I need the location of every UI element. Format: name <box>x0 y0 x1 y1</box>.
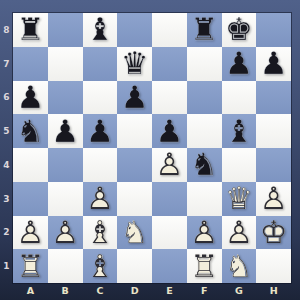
rank-label-4: 4 <box>0 148 13 182</box>
square-d5[interactable] <box>117 114 152 148</box>
piece-black-knight[interactable]: ♞ <box>187 148 222 182</box>
square-f1[interactable]: ♜♖ <box>187 249 222 283</box>
rank-label-7: 7 <box>0 47 13 81</box>
piece-glyph-fill: ♚ <box>222 13 257 47</box>
piece-glyph-outline: ♙ <box>222 216 257 250</box>
piece-glyph-outline: ♗ <box>83 249 118 283</box>
square-e7[interactable] <box>152 47 187 81</box>
piece-black-rook[interactable]: ♜ <box>187 13 222 47</box>
piece-glyph-outline: ♖ <box>187 249 222 283</box>
square-g6[interactable] <box>222 81 257 115</box>
square-d1[interactable] <box>117 249 152 283</box>
square-a6[interactable]: ♟ <box>13 81 48 115</box>
piece-glyph-outline: ♙ <box>152 148 187 182</box>
piece-glyph-fill: ♟ <box>222 47 257 81</box>
square-a2[interactable]: ♟♙ <box>13 216 48 250</box>
rank-label-2: 2 <box>0 216 13 250</box>
piece-black-bishop[interactable]: ♝ <box>222 114 257 148</box>
piece-white-knight[interactable]: ♞♘ <box>117 216 152 250</box>
square-f8[interactable]: ♜ <box>187 13 222 47</box>
square-b4[interactable] <box>48 148 83 182</box>
square-h7[interactable]: ♟ <box>256 47 291 81</box>
piece-white-pawn[interactable]: ♟♙ <box>187 216 222 250</box>
square-a8[interactable]: ♜ <box>13 13 48 47</box>
piece-glyph-fill: ♝ <box>83 13 118 47</box>
square-d2[interactable]: ♞♘ <box>117 216 152 250</box>
piece-black-rook[interactable]: ♜ <box>13 13 48 47</box>
square-c1[interactable]: ♝♗ <box>83 249 118 283</box>
square-g4[interactable] <box>222 148 257 182</box>
piece-black-pawn[interactable]: ♟ <box>222 47 257 81</box>
piece-white-rook[interactable]: ♜♖ <box>187 249 222 283</box>
file-label-f: F <box>187 283 222 298</box>
rank-label-6: 6 <box>0 81 13 115</box>
piece-glyph-outline: ♙ <box>256 182 291 216</box>
piece-white-rook[interactable]: ♜♖ <box>13 249 48 283</box>
square-h6[interactable] <box>256 81 291 115</box>
square-b3[interactable] <box>48 182 83 216</box>
file-label-d: D <box>117 283 152 298</box>
piece-glyph-fill: ♞ <box>187 148 222 182</box>
rank-label-8: 8 <box>0 13 13 47</box>
square-c2[interactable]: ♝♗ <box>83 216 118 250</box>
square-f2[interactable]: ♟♙ <box>187 216 222 250</box>
square-c3[interactable]: ♟♙ <box>83 182 118 216</box>
piece-white-pawn[interactable]: ♟♙ <box>152 148 187 182</box>
piece-black-bishop[interactable]: ♝ <box>83 13 118 47</box>
piece-glyph-outline: ♘ <box>222 249 257 283</box>
square-e6[interactable] <box>152 81 187 115</box>
square-f7[interactable] <box>187 47 222 81</box>
piece-black-pawn[interactable]: ♟ <box>83 114 118 148</box>
piece-glyph-outline: ♕ <box>222 182 257 216</box>
square-h3[interactable]: ♟♙ <box>256 182 291 216</box>
piece-glyph-fill: ♝ <box>222 114 257 148</box>
piece-black-queen[interactable]: ♛ <box>117 47 152 81</box>
file-labels: ABCDEFGH <box>13 283 291 298</box>
rank-label-5: 5 <box>0 114 13 148</box>
square-e3[interactable] <box>152 182 187 216</box>
file-label-h: H <box>256 283 291 298</box>
file-label-g: G <box>222 283 257 298</box>
square-e1[interactable] <box>152 249 187 283</box>
square-b5[interactable]: ♟ <box>48 114 83 148</box>
piece-glyph-fill: ♟ <box>256 47 291 81</box>
piece-glyph-fill: ♛ <box>117 47 152 81</box>
square-a5[interactable]: ♞ <box>13 114 48 148</box>
square-h2[interactable]: ♚♔ <box>256 216 291 250</box>
piece-glyph-outline: ♖ <box>13 249 48 283</box>
square-g1[interactable]: ♞♘ <box>222 249 257 283</box>
square-h1[interactable] <box>256 249 291 283</box>
square-h8[interactable] <box>256 13 291 47</box>
file-label-a: A <box>13 283 48 298</box>
rank-label-1: 1 <box>0 249 13 283</box>
piece-white-pawn[interactable]: ♟♙ <box>83 182 118 216</box>
square-e5[interactable]: ♟ <box>152 114 187 148</box>
piece-white-pawn[interactable]: ♟♙ <box>13 216 48 250</box>
square-c5[interactable]: ♟ <box>83 114 118 148</box>
square-g7[interactable]: ♟ <box>222 47 257 81</box>
square-g3[interactable]: ♛♕ <box>222 182 257 216</box>
square-c8[interactable]: ♝ <box>83 13 118 47</box>
piece-glyph-fill: ♜ <box>13 13 48 47</box>
piece-white-bishop[interactable]: ♝♗ <box>83 216 118 250</box>
piece-white-pawn[interactable]: ♟♙ <box>256 182 291 216</box>
piece-glyph-outline: ♗ <box>83 216 118 250</box>
piece-white-pawn[interactable]: ♟♙ <box>222 216 257 250</box>
square-c4[interactable] <box>83 148 118 182</box>
board-frame: 87654321 ♜♝♜♚♛♟♟♟♟♞♟♟♟♝♟♙♞♟♙♛♕♟♙♟♙♟♙♝♗♞♘… <box>0 0 300 300</box>
piece-glyph-fill: ♟ <box>83 114 118 148</box>
square-g5[interactable]: ♝ <box>222 114 257 148</box>
piece-black-pawn[interactable]: ♟ <box>256 47 291 81</box>
square-d8[interactable] <box>117 13 152 47</box>
square-f3[interactable] <box>187 182 222 216</box>
square-g2[interactable]: ♟♙ <box>222 216 257 250</box>
square-b2[interactable]: ♟♙ <box>48 216 83 250</box>
square-d4[interactable] <box>117 148 152 182</box>
file-label-b: B <box>48 283 83 298</box>
square-b7[interactable] <box>48 47 83 81</box>
square-c7[interactable] <box>83 47 118 81</box>
rank-labels: 87654321 <box>0 13 13 283</box>
square-d6[interactable]: ♟ <box>117 81 152 115</box>
piece-black-pawn[interactable]: ♟ <box>152 114 187 148</box>
piece-black-knight[interactable]: ♞ <box>13 114 48 148</box>
piece-glyph-fill: ♞ <box>13 114 48 148</box>
piece-glyph-outline: ♔ <box>256 216 291 250</box>
piece-white-queen[interactable]: ♛♕ <box>222 182 257 216</box>
piece-glyph-outline: ♘ <box>117 216 152 250</box>
square-h4[interactable] <box>256 148 291 182</box>
square-a7[interactable] <box>13 47 48 81</box>
piece-black-pawn[interactable]: ♟ <box>13 81 48 115</box>
piece-glyph-outline: ♙ <box>48 216 83 250</box>
piece-glyph-fill: ♟ <box>117 81 152 115</box>
piece-glyph-fill: ♟ <box>13 81 48 115</box>
file-label-c: C <box>83 283 118 298</box>
square-f5[interactable] <box>187 114 222 148</box>
piece-glyph-outline: ♙ <box>13 216 48 250</box>
piece-white-pawn[interactable]: ♟♙ <box>48 216 83 250</box>
square-b1[interactable] <box>48 249 83 283</box>
square-e2[interactable] <box>152 216 187 250</box>
piece-white-knight[interactable]: ♞♘ <box>222 249 257 283</box>
square-h5[interactable] <box>256 114 291 148</box>
piece-white-bishop[interactable]: ♝♗ <box>83 249 118 283</box>
square-f6[interactable] <box>187 81 222 115</box>
piece-white-king[interactable]: ♚♔ <box>256 216 291 250</box>
square-e8[interactable] <box>152 13 187 47</box>
piece-black-pawn[interactable]: ♟ <box>117 81 152 115</box>
rank-label-3: 3 <box>0 182 13 216</box>
piece-black-pawn[interactable]: ♟ <box>48 114 83 148</box>
square-e4[interactable]: ♟♙ <box>152 148 187 182</box>
piece-glyph-fill: ♟ <box>152 114 187 148</box>
square-a4[interactable] <box>13 148 48 182</box>
square-c6[interactable] <box>83 81 118 115</box>
square-a3[interactable] <box>13 182 48 216</box>
piece-glyph-fill: ♟ <box>48 114 83 148</box>
piece-glyph-fill: ♜ <box>187 13 222 47</box>
piece-glyph-outline: ♙ <box>187 216 222 250</box>
square-g8[interactable]: ♚ <box>222 13 257 47</box>
piece-black-king[interactable]: ♚ <box>222 13 257 47</box>
square-d7[interactable]: ♛ <box>117 47 152 81</box>
square-f4[interactable]: ♞ <box>187 148 222 182</box>
square-d3[interactable] <box>117 182 152 216</box>
chess-board: ♜♝♜♚♛♟♟♟♟♞♟♟♟♝♟♙♞♟♙♛♕♟♙♟♙♟♙♝♗♞♘♟♙♟♙♚♔♜♖♝… <box>13 13 291 283</box>
square-b6[interactable] <box>48 81 83 115</box>
piece-glyph-outline: ♙ <box>83 182 118 216</box>
square-a1[interactable]: ♜♖ <box>13 249 48 283</box>
square-b8[interactable] <box>48 13 83 47</box>
file-label-e: E <box>152 283 187 298</box>
